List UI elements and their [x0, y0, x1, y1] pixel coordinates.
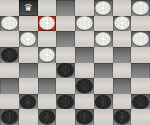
square-7-6[interactable]: [113, 109, 132, 125]
black-piece[interactable]: [76, 110, 93, 124]
square-4-5[interactable]: [94, 63, 113, 79]
square-0-6: [113, 0, 132, 16]
square-4-4: [75, 63, 94, 79]
white-piece[interactable]: [20, 32, 37, 46]
black-piece[interactable]: [20, 95, 37, 109]
square-4-7[interactable]: [131, 63, 150, 79]
black-piece[interactable]: [57, 63, 74, 77]
black-piece[interactable]: [39, 110, 56, 124]
square-1-1: [19, 16, 38, 32]
square-3-7: [131, 47, 150, 63]
square-1-4[interactable]: [75, 16, 94, 32]
square-0-3[interactable]: [56, 0, 75, 16]
square-1-5: [94, 16, 113, 32]
square-0-4: [75, 0, 94, 16]
white-piece[interactable]: [95, 32, 112, 46]
checkers-game: ♛: [0, 0, 150, 125]
square-1-0[interactable]: [0, 16, 19, 32]
square-6-5[interactable]: [94, 94, 113, 110]
square-6-1[interactable]: [19, 94, 38, 110]
square-6-0: [0, 94, 19, 110]
square-5-4[interactable]: [75, 78, 94, 94]
square-4-1[interactable]: [19, 63, 38, 79]
white-piece[interactable]: [132, 1, 149, 15]
white-piece[interactable]: [132, 32, 149, 46]
square-2-4: [75, 31, 94, 47]
square-1-6[interactable]: [113, 16, 132, 32]
white-piece[interactable]: [1, 16, 18, 30]
square-1-3: [56, 16, 75, 32]
square-3-1: [19, 47, 38, 63]
white-piece[interactable]: [39, 48, 56, 62]
square-5-0[interactable]: [0, 78, 19, 94]
square-0-2: [38, 0, 57, 16]
square-4-2: [38, 63, 57, 79]
selected-square[interactable]: [38, 16, 57, 32]
square-6-3[interactable]: [56, 94, 75, 110]
king-crown-icon: ♛: [24, 3, 33, 13]
square-2-1[interactable]: [19, 31, 38, 47]
square-7-0[interactable]: [0, 109, 19, 125]
white-piece[interactable]: [114, 16, 131, 30]
square-5-7: [131, 78, 150, 94]
square-5-2[interactable]: [38, 78, 57, 94]
square-6-7[interactable]: [131, 94, 150, 110]
square-7-1: [19, 109, 38, 125]
square-3-4[interactable]: [75, 47, 94, 63]
white-piece[interactable]: [76, 16, 93, 30]
square-2-3[interactable]: [56, 31, 75, 47]
square-0-5[interactable]: [94, 0, 113, 16]
square-7-3: [56, 109, 75, 125]
square-3-2[interactable]: [38, 47, 57, 63]
white-piece[interactable]: [39, 16, 56, 30]
square-3-0[interactable]: [0, 47, 19, 63]
square-0-0: [0, 0, 19, 16]
black-piece[interactable]: [76, 79, 93, 93]
square-4-3[interactable]: [56, 63, 75, 79]
black-piece[interactable]: [132, 95, 149, 109]
square-5-6[interactable]: [113, 78, 132, 94]
square-6-2: [38, 94, 57, 110]
square-3-5: [94, 47, 113, 63]
square-5-5: [94, 78, 113, 94]
black-piece[interactable]: [57, 95, 74, 109]
promotion-hint-square[interactable]: ♛: [19, 0, 38, 16]
square-6-6: [113, 94, 132, 110]
square-2-2: [38, 31, 57, 47]
square-6-4: [75, 94, 94, 110]
black-piece[interactable]: [1, 110, 18, 124]
black-piece[interactable]: [114, 110, 131, 124]
black-piece[interactable]: [95, 95, 112, 109]
black-piece[interactable]: [1, 48, 18, 62]
square-4-0: [0, 63, 19, 79]
square-4-6: [113, 63, 132, 79]
square-2-0: [0, 31, 19, 47]
square-7-4[interactable]: [75, 109, 94, 125]
square-2-6: [113, 31, 132, 47]
square-2-7[interactable]: [131, 31, 150, 47]
checkers-board: ♛: [0, 0, 150, 125]
square-5-3: [56, 78, 75, 94]
square-3-3: [56, 47, 75, 63]
square-3-6[interactable]: [113, 47, 132, 63]
square-2-5[interactable]: [94, 31, 113, 47]
square-1-7: [131, 16, 150, 32]
square-5-1: [19, 78, 38, 94]
square-7-5: [94, 109, 113, 125]
square-7-7: [131, 109, 150, 125]
square-7-2[interactable]: [38, 109, 57, 125]
white-piece[interactable]: [95, 1, 112, 15]
square-0-7[interactable]: [131, 0, 150, 16]
